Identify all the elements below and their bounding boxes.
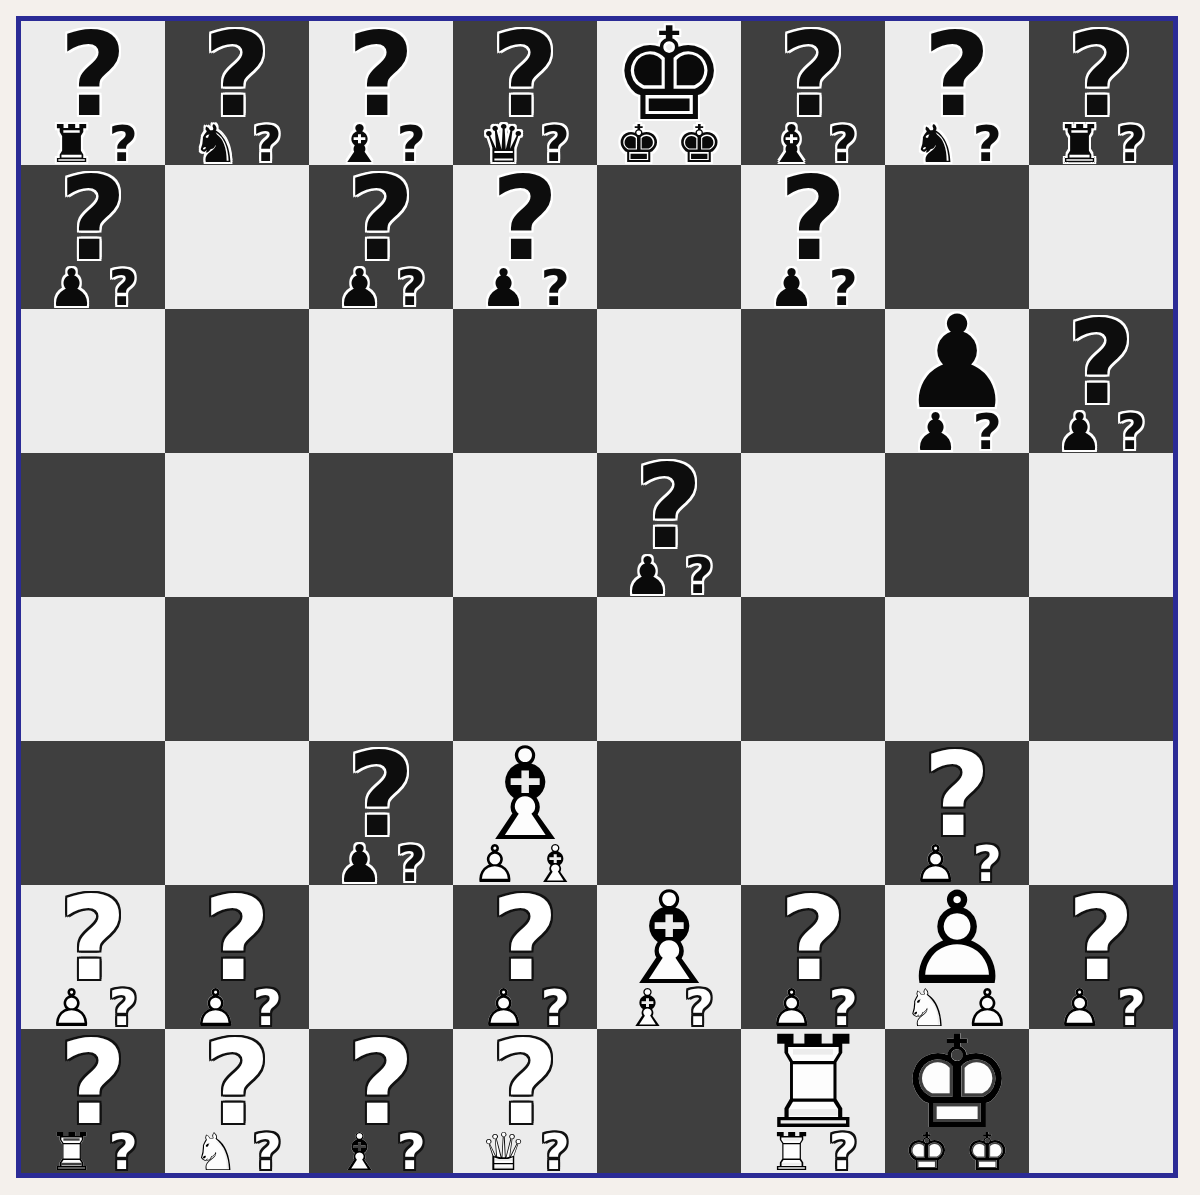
main-glyph-d8: ? <box>491 25 558 125</box>
square-d6[interactable] <box>453 309 597 453</box>
main-glyph-c1: ? <box>347 1033 414 1133</box>
main-glyph-g3: ? <box>923 745 990 845</box>
black-unknown-hint-icon: ? <box>1117 407 1146 457</box>
hint-glyphs-e8: ♚♚ <box>615 125 722 163</box>
main-glyph-d3: ♝♗ <box>468 745 583 845</box>
square-a7[interactable]: ?♟? <box>21 165 165 309</box>
black-pawn-hint-icon: ♟ <box>912 406 959 458</box>
black-knight-hint-icon: ♞ <box>912 118 959 170</box>
square-a3[interactable] <box>21 741 165 885</box>
square-c2[interactable] <box>309 885 453 1029</box>
square-h4[interactable] <box>1029 597 1173 741</box>
white-bishop-hint-icon: ♝♗ <box>624 982 671 1034</box>
square-f7[interactable]: ?♟? <box>741 165 885 309</box>
square-g4[interactable] <box>885 597 1029 741</box>
square-b6[interactable] <box>165 309 309 453</box>
main-glyph-e2: ♝♗ <box>612 889 727 989</box>
hint-glyphs-c1: ♝♗? <box>336 1133 426 1171</box>
black-pawn-hint-icon: ♟ <box>336 838 383 890</box>
square-e2[interactable]: ♝♗♝♗? <box>597 885 741 1029</box>
square-c6[interactable] <box>309 309 453 453</box>
square-d2[interactable]: ?♟♙? <box>453 885 597 1029</box>
main-glyph-g6: ♟ <box>900 313 1015 413</box>
black-unknown-hint-icon: ? <box>253 119 282 169</box>
main-glyph-g2: ♟♙ <box>900 889 1015 989</box>
black-king-hint-icon: ♚ <box>615 118 662 170</box>
white-unknown-hint-icon: ? <box>541 1127 570 1177</box>
square-b8[interactable]: ?♞? <box>165 21 309 165</box>
square-e4[interactable] <box>597 597 741 741</box>
hint-glyphs-h8: ♜? <box>1056 125 1146 163</box>
hint-glyphs-c7: ♟? <box>336 269 426 307</box>
square-h7[interactable] <box>1029 165 1173 309</box>
square-b1[interactable]: ?♞♘? <box>165 1029 309 1173</box>
white-rook-hint-icon: ♜♖ <box>48 1126 95 1178</box>
black-pawn-hint-icon: ♟ <box>1056 406 1103 458</box>
square-f6[interactable] <box>741 309 885 453</box>
black-unknown-hint-icon: ? <box>829 263 858 313</box>
square-g1[interactable]: ♚♔♚♔♚♔ <box>885 1029 1029 1173</box>
white-knight-hint-icon: ♞♘ <box>192 1126 239 1178</box>
square-a4[interactable] <box>21 597 165 741</box>
square-h2[interactable]: ?♟♙? <box>1029 885 1173 1029</box>
square-f1[interactable]: ♜♖♜♖? <box>741 1029 885 1173</box>
hint-glyphs-f7: ♟? <box>768 269 858 307</box>
black-unknown-hint-icon: ? <box>685 551 714 601</box>
square-a5[interactable] <box>21 453 165 597</box>
square-b5[interactable] <box>165 453 309 597</box>
screen: ?♜??♞??♝??♛?♚♚♚?♝??♞??♜??♟??♟??♟??♟?♟♟??… <box>0 0 1200 1195</box>
hint-glyphs-g6: ♟? <box>912 413 1002 451</box>
black-king-hint-icon: ♚ <box>676 118 723 170</box>
black-pawn-hint-icon: ♟ <box>336 262 383 314</box>
square-h5[interactable] <box>1029 453 1173 597</box>
square-b3[interactable] <box>165 741 309 885</box>
main-glyph-b2: ? <box>203 889 270 989</box>
square-d1[interactable]: ?♛♕? <box>453 1029 597 1173</box>
square-e7[interactable] <box>597 165 741 309</box>
main-glyph-b1: ? <box>203 1033 270 1133</box>
main-glyph-a2: ? <box>59 889 126 989</box>
main-glyph-f7: ? <box>779 169 846 269</box>
black-knight-hint-icon: ♞ <box>192 118 239 170</box>
hint-glyphs-h6: ♟? <box>1056 413 1146 451</box>
black-unknown-hint-icon: ? <box>397 263 426 313</box>
main-glyph-h8: ? <box>1067 25 1134 125</box>
square-c3[interactable]: ?♟? <box>309 741 453 885</box>
white-bishop-hint-icon: ♝♗ <box>336 1126 383 1178</box>
square-h8[interactable]: ?♜? <box>1029 21 1173 165</box>
main-glyph-g1: ♚♔ <box>900 1033 1015 1133</box>
hint-glyphs-e5: ♟? <box>624 557 714 595</box>
main-glyph-c3: ? <box>347 745 414 845</box>
hint-glyphs-b1: ♞♘? <box>192 1133 282 1171</box>
square-a6[interactable] <box>21 309 165 453</box>
square-h3[interactable] <box>1029 741 1173 885</box>
square-e1[interactable] <box>597 1029 741 1173</box>
main-glyph-e8: ♚ <box>612 25 727 125</box>
square-a2[interactable]: ?♟♙? <box>21 885 165 1029</box>
white-king-hint-icon: ♚♔ <box>903 1126 950 1178</box>
black-unknown-hint-icon: ? <box>397 839 426 889</box>
black-unknown-hint-icon: ? <box>973 407 1002 457</box>
square-c8[interactable]: ?♝? <box>309 21 453 165</box>
main-glyph-d1: ? <box>491 1033 558 1133</box>
main-glyph-a7: ? <box>59 169 126 269</box>
square-g6[interactable]: ♟♟? <box>885 309 1029 453</box>
square-f8[interactable]: ?♝? <box>741 21 885 165</box>
square-f5[interactable] <box>741 453 885 597</box>
black-pawn-hint-icon: ♟ <box>624 550 671 602</box>
hint-glyphs-a7: ♟? <box>48 269 138 307</box>
square-b2[interactable]: ?♟♙? <box>165 885 309 1029</box>
main-glyph-b8: ? <box>203 25 270 125</box>
black-unknown-hint-icon: ? <box>109 263 138 313</box>
main-glyph-e5: ? <box>635 457 702 557</box>
square-c5[interactable] <box>309 453 453 597</box>
square-h1[interactable] <box>1029 1029 1173 1173</box>
square-a8[interactable]: ?♜? <box>21 21 165 165</box>
main-glyph-f1: ♜♖ <box>756 1033 871 1133</box>
chess-board: ?♜??♞??♝??♛?♚♚♚?♝??♞??♜??♟??♟??♟??♟?♟♟??… <box>16 16 1178 1178</box>
square-e6[interactable] <box>597 309 741 453</box>
square-d7[interactable]: ?♟? <box>453 165 597 309</box>
black-unknown-hint-icon: ? <box>541 263 570 313</box>
black-unknown-hint-icon: ? <box>1117 119 1146 169</box>
hint-glyphs-d7: ♟? <box>480 269 570 307</box>
square-d5[interactable] <box>453 453 597 597</box>
square-d3[interactable]: ♝♗♟♙♝♗ <box>453 741 597 885</box>
square-a1[interactable]: ?♜♖? <box>21 1029 165 1173</box>
square-e8[interactable]: ♚♚♚ <box>597 21 741 165</box>
hint-glyphs-b8: ♞? <box>192 125 282 163</box>
main-glyph-a1: ? <box>59 1033 126 1133</box>
main-glyph-g8: ? <box>923 25 990 125</box>
hint-glyphs-a1: ♜♖? <box>48 1133 138 1171</box>
black-pawn-hint-icon: ♟ <box>48 262 95 314</box>
white-pawn-hint-icon: ♟♙ <box>1056 982 1103 1034</box>
square-b7[interactable] <box>165 165 309 309</box>
square-c1[interactable]: ?♝♗? <box>309 1029 453 1173</box>
square-c4[interactable] <box>309 597 453 741</box>
black-pawn-hint-icon: ♟ <box>480 262 527 314</box>
main-glyph-d2: ? <box>491 889 558 989</box>
main-glyph-h6: ? <box>1067 313 1134 413</box>
black-unknown-hint-icon: ? <box>973 119 1002 169</box>
hint-glyphs-g8: ♞? <box>912 125 1002 163</box>
white-king-hint-icon: ♚♔ <box>964 1126 1011 1178</box>
white-unknown-hint-icon: ? <box>253 1127 282 1177</box>
main-glyph-h2: ? <box>1067 889 1134 989</box>
white-queen-hint-icon: ♛♕ <box>480 1126 527 1178</box>
square-b4[interactable] <box>165 597 309 741</box>
square-f4[interactable] <box>741 597 885 741</box>
square-g5[interactable] <box>885 453 1029 597</box>
square-h6[interactable]: ?♟? <box>1029 309 1173 453</box>
main-glyph-c8: ? <box>347 25 414 125</box>
hint-glyphs-h2: ♟♙? <box>1056 989 1146 1027</box>
white-unknown-hint-icon: ? <box>397 1127 426 1177</box>
hint-glyphs-d1: ♛♕? <box>480 1133 570 1171</box>
square-d8[interactable]: ?♛? <box>453 21 597 165</box>
white-unknown-hint-icon: ? <box>1117 983 1146 1033</box>
square-f3[interactable] <box>741 741 885 885</box>
hint-glyphs-c3: ♟? <box>336 845 426 883</box>
square-g8[interactable]: ?♞? <box>885 21 1029 165</box>
main-glyph-f8: ? <box>779 25 846 125</box>
main-glyph-d7: ? <box>491 169 558 269</box>
black-rook-hint-icon: ♜ <box>1056 118 1103 170</box>
black-pawn-hint-icon: ♟ <box>768 262 815 314</box>
square-c7[interactable]: ?♟? <box>309 165 453 309</box>
main-glyph-a8: ? <box>59 25 126 125</box>
square-e5[interactable]: ?♟? <box>597 453 741 597</box>
main-glyph-f2: ? <box>779 889 846 989</box>
main-glyph-c7: ? <box>347 169 414 269</box>
white-rook-hint-icon: ♜♖ <box>768 1126 815 1178</box>
white-unknown-hint-icon: ? <box>109 1127 138 1177</box>
